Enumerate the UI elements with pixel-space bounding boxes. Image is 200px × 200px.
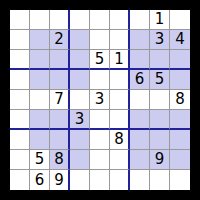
cell-r9c1[interactable] [10, 170, 30, 190]
cell-r3c1[interactable] [10, 50, 30, 70]
cell-r3c2[interactable] [30, 50, 50, 70]
cell-r5c1[interactable] [10, 90, 30, 110]
cell-r2c1[interactable] [10, 30, 30, 50]
cell-r3c8[interactable] [150, 50, 170, 70]
cell-r6c2[interactable] [30, 110, 50, 130]
cell-r2c3-given: 2 [50, 30, 70, 50]
cell-r6c5[interactable] [90, 110, 110, 130]
cell-r5c7[interactable] [130, 90, 150, 110]
cell-r7c1[interactable] [10, 130, 30, 150]
cell-r5c8[interactable] [150, 90, 170, 110]
cell-r2c6[interactable] [110, 30, 130, 50]
cell-r4c8-given: 5 [150, 70, 170, 90]
cell-r9c9[interactable] [170, 170, 190, 190]
cell-r1c5[interactable] [90, 10, 110, 30]
cell-r8c1[interactable] [10, 150, 30, 170]
cell-r1c6[interactable] [110, 10, 130, 30]
cell-r4c3[interactable] [50, 70, 70, 90]
cell-r4c4[interactable] [70, 70, 90, 90]
cell-r3c5-given: 5 [90, 50, 110, 70]
cell-r7c6-given: 8 [110, 130, 130, 150]
cell-r8c6[interactable] [110, 150, 130, 170]
cell-r5c5-given: 3 [90, 90, 110, 110]
cell-r1c3[interactable] [50, 10, 70, 30]
cell-r8c4[interactable] [70, 150, 90, 170]
cell-r1c4[interactable] [70, 10, 90, 30]
cell-r1c9[interactable] [170, 10, 190, 30]
cell-r9c5[interactable] [90, 170, 110, 190]
cell-r7c3[interactable] [50, 130, 70, 150]
cell-r4c2[interactable] [30, 70, 50, 90]
cell-r6c9[interactable] [170, 110, 190, 130]
cell-r7c5[interactable] [90, 130, 110, 150]
cell-r4c9[interactable] [170, 70, 190, 90]
cell-r4c7-given: 6 [130, 70, 150, 90]
cell-r1c2[interactable] [30, 10, 50, 30]
cell-r9c7[interactable] [130, 170, 150, 190]
cell-r3c7[interactable] [130, 50, 150, 70]
cell-r3c6-given: 1 [110, 50, 130, 70]
sudoku-board: 123451657383858969 [10, 10, 190, 190]
cell-r8c8-given: 9 [150, 150, 170, 170]
cell-r6c1[interactable] [10, 110, 30, 130]
cell-r8c7[interactable] [130, 150, 150, 170]
cell-r3c3[interactable] [50, 50, 70, 70]
image-frame: 123451657383858969 [0, 0, 200, 200]
cell-r1c7[interactable] [130, 10, 150, 30]
cell-r7c4[interactable] [70, 130, 90, 150]
cell-r2c8-given: 3 [150, 30, 170, 50]
cell-r4c1[interactable] [10, 70, 30, 90]
cell-r1c8-given: 1 [150, 10, 170, 30]
cell-r8c5[interactable] [90, 150, 110, 170]
cell-r6c4-given: 3 [70, 110, 90, 130]
cell-r3c4[interactable] [70, 50, 90, 70]
cell-r4c5[interactable] [90, 70, 110, 90]
cell-r8c2-given: 5 [30, 150, 50, 170]
cell-r9c2-given: 6 [30, 170, 50, 190]
cell-r9c8[interactable] [150, 170, 170, 190]
cell-r4c6[interactable] [110, 70, 130, 90]
cell-r3c9[interactable] [170, 50, 190, 70]
cell-r7c8[interactable] [150, 130, 170, 150]
cell-r8c3-given: 8 [50, 150, 70, 170]
cell-r5c3-given: 7 [50, 90, 70, 110]
cell-r6c8[interactable] [150, 110, 170, 130]
cell-r6c3[interactable] [50, 110, 70, 130]
cell-r6c6[interactable] [110, 110, 130, 130]
cell-r6c7[interactable] [130, 110, 150, 130]
cell-r5c9-given: 8 [170, 90, 190, 110]
cell-r2c2[interactable] [30, 30, 50, 50]
cell-r7c2[interactable] [30, 130, 50, 150]
cell-r5c6[interactable] [110, 90, 130, 110]
cell-r2c5[interactable] [90, 30, 110, 50]
cell-r7c9[interactable] [170, 130, 190, 150]
cell-r9c4[interactable] [70, 170, 90, 190]
cell-r1c1[interactable] [10, 10, 30, 30]
cell-r5c4[interactable] [70, 90, 90, 110]
cell-r5c2[interactable] [30, 90, 50, 110]
cell-r7c7[interactable] [130, 130, 150, 150]
cell-r9c6[interactable] [110, 170, 130, 190]
cell-r2c9-given: 4 [170, 30, 190, 50]
cell-r2c4[interactable] [70, 30, 90, 50]
cell-r2c7[interactable] [130, 30, 150, 50]
cell-r9c3-given: 9 [50, 170, 70, 190]
cell-r8c9[interactable] [170, 150, 190, 170]
